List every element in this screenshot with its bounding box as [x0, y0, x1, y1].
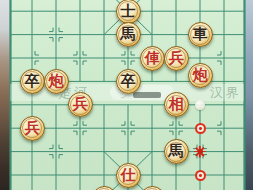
move-hint-dot-red	[195, 123, 206, 134]
piece-red-chariot[interactable]: 俥	[140, 46, 165, 71]
move-hint-dot-white	[195, 100, 205, 110]
move-hint-dot-red	[195, 170, 206, 181]
piece-black-horse[interactable]: 馬	[116, 22, 141, 47]
piece-black-chariot[interactable]: 車	[188, 22, 213, 47]
piece-red-cannon[interactable]: 炮	[44, 69, 69, 94]
background-mountain-right	[244, 0, 253, 190]
piece-glyph: 卒	[25, 74, 40, 89]
piece-glyph: 相	[169, 97, 184, 112]
piece-red-soldier[interactable]: 兵	[20, 116, 45, 141]
piece-red-cannon[interactable]: 炮	[188, 63, 213, 88]
background-mountain-left	[0, 0, 10, 190]
piece-glyph: 兵	[73, 97, 88, 112]
piece-glyph: 馬	[169, 144, 184, 159]
piece-glyph: 馬	[121, 27, 136, 42]
piece-red-soldier[interactable]: 兵	[68, 92, 93, 117]
piece-red-elephant[interactable]: 相	[164, 92, 189, 117]
piece-black-soldier[interactable]: 卒	[20, 69, 45, 94]
piece-black-advisor[interactable]: 士	[116, 0, 141, 24]
river-text-right: 汉界	[210, 84, 242, 102]
piece-red-advisor[interactable]: 仕	[116, 163, 141, 188]
piece-black-soldier[interactable]: 卒	[116, 69, 141, 94]
piece-glyph: 車	[193, 27, 208, 42]
piece-glyph: 炮	[49, 74, 64, 89]
piece-black-horse[interactable]: 馬	[164, 139, 189, 164]
piece-glyph: 士	[121, 4, 136, 19]
capture-burst-marker	[193, 145, 207, 159]
piece-glyph: 仕	[121, 168, 136, 183]
piece-glyph: 兵	[169, 51, 184, 66]
piece-glyph: 兵	[25, 121, 40, 136]
piece-red-soldier[interactable]: 兵	[164, 46, 189, 71]
watermark-smudge-text	[133, 92, 161, 98]
piece-glyph: 俥	[145, 51, 160, 66]
piece-glyph: 卒	[121, 74, 136, 89]
piece-glyph: 炮	[193, 68, 208, 83]
game-screen: 楚河 J 汉界 士馬車俥兵炮卒炮卒兵相兵馬仕	[0, 0, 253, 190]
